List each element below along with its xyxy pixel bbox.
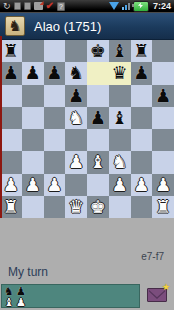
- black-rook: ♜: [133, 42, 149, 60]
- square-f3[interactable]: ♞: [109, 151, 131, 173]
- square-e6[interactable]: [87, 85, 109, 107]
- square-g6[interactable]: [131, 85, 153, 107]
- square-b8[interactable]: [22, 40, 44, 62]
- square-b3[interactable]: [22, 151, 44, 173]
- square-e2[interactable]: [87, 174, 109, 196]
- title-bar: ♞ Alao (1751): [0, 13, 174, 40]
- square-e3[interactable]: ♝: [87, 151, 109, 173]
- square-h1[interactable]: ♜: [152, 196, 174, 218]
- white-bishop: ♝: [90, 153, 106, 171]
- white-queen: ♛: [68, 198, 84, 216]
- captured-white-row: ♝♟: [4, 297, 137, 308]
- turn-status-label: My turn: [8, 265, 48, 279]
- black-bishop: ♝: [112, 42, 128, 60]
- bottom-panel: e7-f7 My turn ♞♟ ♝♟ ★: [0, 218, 174, 310]
- square-e8[interactable]: ♚: [87, 40, 109, 62]
- square-c7[interactable]: ♟: [44, 62, 66, 84]
- square-g4[interactable]: [131, 129, 153, 151]
- square-d6[interactable]: ♟: [65, 85, 87, 107]
- square-d3[interactable]: ♟: [65, 151, 87, 173]
- square-e1[interactable]: ♚: [87, 196, 109, 218]
- status-bar: ↻ ✔ ? 7:24: [0, 0, 174, 13]
- square-d7[interactable]: ♞: [65, 62, 87, 84]
- black-king: ♚: [90, 42, 106, 60]
- square-h2[interactable]: ♟: [152, 174, 174, 196]
- square-g1[interactable]: [131, 196, 153, 218]
- square-c5[interactable]: [44, 107, 66, 129]
- black-pawn: ♟: [155, 87, 171, 105]
- black-pawn: ♟: [90, 109, 106, 127]
- square-a6[interactable]: [0, 85, 22, 107]
- square-b1[interactable]: [22, 196, 44, 218]
- square-a7[interactable]: ♟: [0, 62, 22, 84]
- black-knight: ♞: [68, 64, 84, 82]
- page-title: Alao (1751): [34, 19, 101, 34]
- square-g5[interactable]: [131, 107, 153, 129]
- new-message-envelope-icon[interactable]: ★: [147, 288, 167, 302]
- square-e4[interactable]: [87, 129, 109, 151]
- square-a2[interactable]: ♟: [0, 174, 22, 196]
- white-rook: ♜: [3, 198, 19, 216]
- square-a8[interactable]: ♜: [0, 40, 22, 62]
- square-d4[interactable]: [65, 129, 87, 151]
- square-e7[interactable]: [87, 62, 109, 84]
- square-d1[interactable]: ♛: [65, 196, 87, 218]
- square-c1[interactable]: [44, 196, 66, 218]
- square-h8[interactable]: [152, 40, 174, 62]
- black-pawn: ♟: [25, 64, 41, 82]
- black-pawn: ♟: [3, 64, 19, 82]
- square-c3[interactable]: [44, 151, 66, 173]
- square-c4[interactable]: [44, 129, 66, 151]
- square-a3[interactable]: [0, 151, 22, 173]
- case-icon: [24, 2, 31, 10]
- square-c6[interactable]: [44, 85, 66, 107]
- white-knight: ♞: [112, 153, 128, 171]
- square-b5[interactable]: [22, 107, 44, 129]
- square-h4[interactable]: [152, 129, 174, 151]
- square-h3[interactable]: [152, 151, 174, 173]
- white-pawn-captured: ♟: [16, 297, 26, 308]
- square-g3[interactable]: [131, 151, 153, 173]
- square-c2[interactable]: ♟: [44, 174, 66, 196]
- white-pawn: ♟: [25, 176, 41, 194]
- black-rook: ♜: [3, 42, 19, 60]
- square-c8[interactable]: [44, 40, 66, 62]
- square-a4[interactable]: [0, 129, 22, 151]
- white-pawn: ♟: [3, 176, 19, 194]
- square-g7[interactable]: ♟: [131, 62, 153, 84]
- square-f1[interactable]: [109, 196, 131, 218]
- square-g2[interactable]: ♟: [131, 174, 153, 196]
- question-box-icon: ?: [57, 2, 65, 11]
- square-a5[interactable]: [0, 107, 22, 129]
- black-pawn: ♟: [68, 87, 84, 105]
- signal-bars-icon: [122, 3, 130, 10]
- case-icon: [14, 2, 21, 10]
- square-b2[interactable]: ♟: [22, 174, 44, 196]
- white-pawn: ♟: [112, 176, 128, 194]
- white-pawn: ♟: [155, 176, 171, 194]
- captured-pieces-tray: ♞♟ ♝♟: [1, 284, 140, 308]
- white-pawn: ♟: [68, 153, 84, 171]
- square-h7[interactable]: [152, 62, 174, 84]
- sync-icon: ↻: [3, 2, 11, 11]
- white-rook: ♜: [155, 198, 171, 216]
- white-bishop-captured: ♝: [4, 297, 14, 308]
- last-move-label: e7-f7: [141, 251, 164, 262]
- new-message-star-icon: ★: [162, 283, 170, 292]
- black-pawn: ♟: [133, 64, 149, 82]
- white-pawn: ♟: [133, 176, 149, 194]
- square-e5[interactable]: ♟: [87, 107, 109, 129]
- clock-text: 7:24: [153, 1, 171, 11]
- square-a1[interactable]: ♜: [0, 196, 22, 218]
- square-h5[interactable]: [152, 107, 174, 129]
- square-f6[interactable]: [109, 85, 131, 107]
- square-d2[interactable]: [65, 174, 87, 196]
- call-state-icon: [34, 2, 43, 10]
- chess-board[interactable]: ♜♚♝♜♟♟♟♞♛♟♟♟♞♟♝♟♝♞♟♟♟♟♟♟♜♛♚♜: [0, 40, 174, 218]
- white-pawn: ♟: [46, 176, 62, 194]
- square-f7[interactable]: ♛: [109, 62, 131, 84]
- white-knight: ♞: [68, 109, 84, 127]
- square-f2[interactable]: ♟: [109, 174, 131, 196]
- red-check-icon: ✔: [46, 1, 54, 11]
- square-f8[interactable]: ♝: [109, 40, 131, 62]
- wifi-icon: [109, 2, 119, 10]
- white-king: ♚: [90, 198, 106, 216]
- square-b6[interactable]: [22, 85, 44, 107]
- black-pawn: ♟: [46, 64, 62, 82]
- square-f4[interactable]: [109, 129, 131, 151]
- knight-app-icon: ♞: [5, 16, 25, 36]
- square-b7[interactable]: ♟: [22, 62, 44, 84]
- square-b4[interactable]: [22, 129, 44, 151]
- square-d5[interactable]: ♞: [65, 107, 87, 129]
- square-h6[interactable]: ♟: [152, 85, 174, 107]
- square-d8[interactable]: [65, 40, 87, 62]
- battery-charging-icon: [133, 1, 149, 12]
- square-g8[interactable]: ♜: [131, 40, 153, 62]
- left-edge-marker: [0, 36, 2, 220]
- black-bishop: ♝: [112, 109, 128, 127]
- square-f5[interactable]: ♝: [109, 107, 131, 129]
- chess-app-screen: ↻ ✔ ? 7:24 ♞ Alao (1751) ♜♚♝♜♟♟♟♞♛♟♟♟♞♟♝…: [0, 0, 174, 310]
- black-queen: ♛: [112, 64, 128, 82]
